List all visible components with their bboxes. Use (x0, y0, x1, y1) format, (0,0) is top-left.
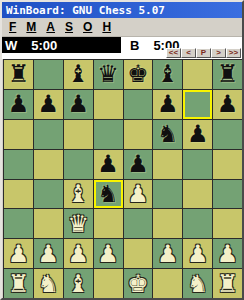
square-f5[interactable] (153, 150, 182, 179)
square-d8[interactable]: ♛ (94, 60, 123, 89)
white-king-piece[interactable]: ♚ (127, 272, 149, 296)
title-bar[interactable]: WinBoard: GNU Chess 5.07 (2, 2, 242, 18)
nav-to-start-button[interactable]: << (166, 48, 181, 58)
black-pawn-piece[interactable]: ♟ (187, 122, 209, 146)
square-c6[interactable] (64, 120, 93, 149)
menu-file[interactable]: F (9, 20, 16, 34)
square-e6[interactable] (124, 120, 153, 149)
black-pawn-piece[interactable]: ♟ (38, 92, 60, 116)
square-b1[interactable]: ♞ (34, 269, 63, 298)
square-e8[interactable]: ♚ (124, 60, 153, 89)
square-a3[interactable] (4, 209, 33, 238)
white-queen-piece[interactable]: ♛ (67, 212, 89, 236)
nav-forward-button[interactable]: > (211, 48, 226, 58)
chess-board: ♜♝♛♚♝♜♟♟♟♟♟♞♟♟♟♝♞♟♛♟♟♟♟♟♟♟♜♞♝♚♞♜ (3, 59, 243, 299)
square-f4[interactable] (153, 180, 182, 209)
square-h7[interactable]: ♟ (213, 90, 242, 119)
white-bishop-piece[interactable]: ♝ (67, 272, 89, 296)
square-b8[interactable] (34, 60, 63, 89)
square-h5[interactable] (213, 150, 242, 179)
square-a5[interactable] (4, 150, 33, 179)
white-clock: W 5:00 (2, 37, 121, 53)
square-b6[interactable] (34, 120, 63, 149)
square-d4[interactable]: ♞ (94, 180, 123, 209)
square-h1[interactable]: ♜ (213, 269, 242, 298)
square-c2[interactable]: ♟ (64, 239, 93, 268)
square-g3[interactable] (183, 209, 212, 238)
square-e4[interactable]: ♟ (124, 180, 153, 209)
square-g8[interactable] (183, 60, 212, 89)
white-pawn-piece[interactable]: ♟ (38, 242, 60, 266)
square-a6[interactable] (4, 120, 33, 149)
square-g2[interactable]: ♟ (183, 239, 212, 268)
square-h6[interactable] (213, 120, 242, 149)
white-pawn-piece[interactable]: ♟ (67, 242, 89, 266)
square-f3[interactable] (153, 209, 182, 238)
menu-mode[interactable]: M (26, 20, 36, 34)
window-title: WinBoard: GNU Chess 5.07 (6, 4, 165, 17)
square-c8[interactable]: ♝ (64, 60, 93, 89)
square-d2[interactable]: ♟ (94, 239, 123, 268)
square-d3[interactable] (94, 209, 123, 238)
black-pawn-piece[interactable]: ♟ (157, 92, 179, 116)
black-king-piece[interactable]: ♚ (127, 62, 149, 86)
square-b5[interactable] (34, 150, 63, 179)
menu-step[interactable]: S (65, 20, 73, 34)
black-pawn-piece[interactable]: ♟ (67, 92, 89, 116)
black-knight-piece[interactable]: ♞ (157, 122, 179, 146)
white-knight-piece[interactable]: ♞ (187, 272, 209, 296)
square-c4[interactable]: ♝ (64, 180, 93, 209)
square-b7[interactable]: ♟ (34, 90, 63, 119)
square-g1[interactable]: ♞ (183, 269, 212, 298)
black-rook-piece[interactable]: ♜ (217, 62, 239, 86)
square-c7[interactable]: ♟ (64, 90, 93, 119)
winboard-window: WinBoard: GNU Chess 5.07 F M A S O H W 5… (0, 0, 244, 300)
square-e5[interactable]: ♟ (124, 150, 153, 179)
black-rook-piece[interactable]: ♜ (8, 62, 30, 86)
square-d7[interactable] (94, 90, 123, 119)
square-e2[interactable] (124, 239, 153, 268)
nav-back-button[interactable]: < (181, 48, 196, 58)
white-rook-piece[interactable]: ♜ (8, 272, 30, 296)
menu-bar: F M A S O H (2, 18, 242, 37)
white-clock-label: W (5, 38, 17, 53)
square-c3[interactable]: ♛ (64, 209, 93, 238)
square-a4[interactable] (4, 180, 33, 209)
square-b2[interactable]: ♟ (34, 239, 63, 268)
white-clock-time: 5:00 (31, 38, 57, 53)
white-pawn-piece[interactable]: ♟ (127, 182, 149, 206)
black-bishop-piece[interactable]: ♝ (67, 62, 89, 86)
black-pawn-piece[interactable]: ♟ (217, 92, 239, 116)
menu-help[interactable]: H (102, 20, 111, 34)
black-pawn-piece[interactable]: ♟ (97, 152, 119, 176)
black-queen-piece[interactable]: ♛ (97, 62, 119, 86)
square-b4[interactable] (34, 180, 63, 209)
square-f7[interactable]: ♟ (153, 90, 182, 119)
square-d5[interactable]: ♟ (94, 150, 123, 179)
white-pawn-piece[interactable]: ♟ (187, 242, 209, 266)
white-pawn-piece[interactable]: ♟ (97, 242, 119, 266)
square-g6[interactable]: ♟ (183, 120, 212, 149)
square-a7[interactable]: ♟ (4, 90, 33, 119)
white-bishop-piece[interactable]: ♝ (67, 182, 89, 206)
menu-options[interactable]: O (83, 20, 92, 34)
square-e1[interactable]: ♚ (124, 269, 153, 298)
square-b3[interactable] (34, 209, 63, 238)
white-pawn-piece[interactable]: ♟ (157, 242, 179, 266)
square-g5[interactable] (183, 150, 212, 179)
square-d1[interactable] (94, 269, 123, 298)
square-c1[interactable]: ♝ (64, 269, 93, 298)
nav-pause-button[interactable]: P (196, 48, 211, 58)
square-a1[interactable]: ♜ (4, 269, 33, 298)
move-nav-buttons: << < P > >> (166, 48, 241, 58)
white-rook-piece[interactable]: ♜ (217, 272, 239, 296)
menu-action[interactable]: A (46, 20, 55, 34)
square-g7[interactable] (183, 90, 212, 119)
black-pawn-piece[interactable]: ♟ (8, 92, 30, 116)
square-c5[interactable] (64, 150, 93, 179)
black-knight-piece[interactable]: ♞ (97, 182, 119, 206)
square-e7[interactable] (124, 90, 153, 119)
black-clock-label: B (130, 38, 139, 53)
nav-to-end-button[interactable]: >> (226, 48, 241, 58)
clock-row: W 5:00 B 5:00 << < P > >> (2, 37, 242, 59)
square-h8[interactable]: ♜ (213, 60, 242, 89)
square-f8[interactable]: ♝ (153, 60, 182, 89)
white-pawn-piece[interactable]: ♟ (8, 242, 30, 266)
square-a2[interactable]: ♟ (4, 239, 33, 268)
white-pawn-piece[interactable]: ♟ (217, 242, 239, 266)
square-f6[interactable]: ♞ (153, 120, 182, 149)
square-h3[interactable] (213, 209, 242, 238)
square-h2[interactable]: ♟ (213, 239, 242, 268)
square-h4[interactable] (213, 180, 242, 209)
square-e3[interactable] (124, 209, 153, 238)
square-d6[interactable] (94, 120, 123, 149)
square-a8[interactable]: ♜ (4, 60, 33, 89)
square-f2[interactable]: ♟ (153, 239, 182, 268)
black-pawn-piece[interactable]: ♟ (127, 152, 149, 176)
white-knight-piece[interactable]: ♞ (38, 272, 60, 296)
black-bishop-piece[interactable]: ♝ (157, 62, 179, 86)
square-g4[interactable] (183, 180, 212, 209)
square-f1[interactable] (153, 269, 182, 298)
